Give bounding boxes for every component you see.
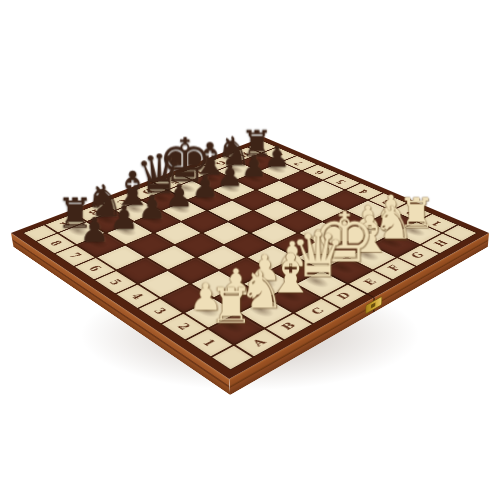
piece-black-bishop-f8[interactable]: ♝ bbox=[179, 137, 241, 181]
file-label-far-e-text: E bbox=[166, 179, 179, 185]
square-e7[interactable] bbox=[187, 190, 232, 211]
file-label-near-a-text: A bbox=[250, 337, 268, 347]
file-label-near-d-text: D bbox=[336, 291, 354, 301]
piece-white-rook-a1[interactable]: ♜ bbox=[191, 283, 272, 332]
piece-shadow bbox=[165, 201, 195, 215]
square-d6[interactable] bbox=[181, 211, 228, 233]
rank-label-far-6: 6 bbox=[302, 164, 339, 180]
piece-shadow bbox=[191, 191, 220, 205]
file-label-far-g: G bbox=[202, 155, 239, 170]
piece-black-pawn-a7[interactable]: ♟ bbox=[59, 213, 129, 246]
square-d5[interactable] bbox=[202, 222, 250, 245]
file-label-far-e: E bbox=[154, 173, 193, 190]
file-label-near-f-text: F bbox=[387, 265, 403, 273]
file-label-far-g-text: G bbox=[214, 160, 228, 166]
rank-label-far-7: 7 bbox=[281, 155, 317, 170]
square-d7[interactable] bbox=[161, 200, 207, 221]
file-label-near-b-text: B bbox=[280, 321, 298, 331]
rank-label-far-5: 5 bbox=[323, 173, 361, 190]
rank-label-far-7-text: 7 bbox=[293, 160, 306, 165]
rank-label-far-8-text: 8 bbox=[273, 152, 285, 157]
piece-black-knight-g8[interactable]: ♞ bbox=[203, 131, 264, 171]
square-e6[interactable] bbox=[207, 200, 253, 221]
piece-black-king-e8[interactable]: ♚ bbox=[153, 131, 217, 191]
rank-label-near-7-text: 7 bbox=[67, 252, 83, 260]
file-label-near-g-text: G bbox=[410, 252, 426, 260]
file-label-far-f: F bbox=[178, 164, 216, 180]
rank-label-far-5-text: 5 bbox=[335, 179, 348, 185]
rank-label-far-8: 8 bbox=[261, 147, 297, 162]
rank-label-near-4-text: 4 bbox=[129, 292, 145, 301]
file-label-far-d-text: D bbox=[140, 188, 154, 195]
rank-label-far-6-text: 6 bbox=[314, 169, 327, 175]
piece-black-queen-d8[interactable]: ♛ bbox=[127, 147, 192, 200]
square-e5[interactable] bbox=[228, 211, 275, 233]
file-label-far-d: D bbox=[128, 183, 168, 200]
piece-shadow bbox=[215, 181, 244, 194]
square-g6[interactable] bbox=[256, 180, 300, 200]
rank-label-far-4-text: 4 bbox=[358, 188, 371, 194]
scene-3d: 8877665544332211HHGGFFEEDDCCBBAA♜♞♟♝♟♚♟♛… bbox=[0, 0, 500, 500]
file-label-near-e-text: E bbox=[362, 278, 378, 287]
file-label-far-h: H bbox=[225, 147, 261, 162]
piece-black-pawn-f7[interactable]: ♟ bbox=[198, 161, 262, 191]
file-label-near-c-text: C bbox=[309, 306, 326, 316]
file-label-far-f-text: F bbox=[191, 169, 204, 175]
square-g7[interactable] bbox=[236, 171, 280, 190]
rank-label-near-6-text: 6 bbox=[87, 265, 103, 273]
square-f7[interactable] bbox=[212, 180, 256, 200]
piece-shadow bbox=[262, 163, 290, 175]
file-label-near-h-text: H bbox=[433, 239, 450, 247]
square-f6[interactable] bbox=[232, 190, 277, 211]
rank-label-near-5-text: 5 bbox=[108, 278, 124, 286]
piece-shadow bbox=[239, 172, 268, 185]
rank-label-near-1-text: 1 bbox=[201, 338, 219, 348]
frame-corner-0 bbox=[247, 141, 277, 153]
piece-black-pawn-e7[interactable]: ♟ bbox=[173, 170, 238, 201]
product-photo-stage: 8877665544332211HHGGFFEEDDCCBBAA♜♞♟♝♟♚♟♛… bbox=[0, 0, 500, 500]
chess-board: 8877665544332211HHGGFFEEDDCCBBAA♜♞♟♝♟♚♟♛… bbox=[11, 137, 489, 379]
file-label-far-h-text: H bbox=[236, 151, 250, 157]
